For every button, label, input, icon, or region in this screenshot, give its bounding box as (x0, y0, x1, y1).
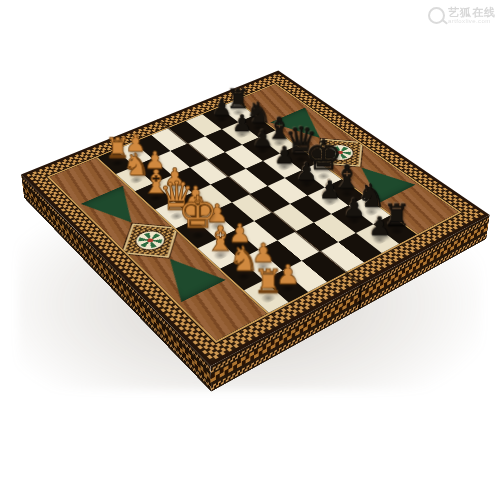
square-c8: ♝ (259, 130, 297, 153)
chess-board: ♜♟♟♜♞♟♟♞♝♟♟♝♛♟♟♛♚♟♟♚♝♟♟♝♞♟♟♞♜♟♟♜ (24, 93, 486, 392)
square-a7: ♟ (203, 107, 239, 129)
square-a1: ♜ (98, 150, 135, 174)
watermark-url: artfoxlive.com (448, 18, 496, 24)
watermark: 艺狐在线 artfoxlive.com (428, 7, 496, 24)
inlay-diamond (122, 223, 178, 257)
square-a6 (186, 114, 222, 136)
square-a3 (134, 135, 171, 158)
square-b8: ♞ (239, 115, 276, 137)
square-a8: ♜ (219, 101, 255, 122)
board-surface: ♜♟♟♜♞♟♟♞♝♟♟♝♛♟♟♛♚♟♟♚♝♟♟♝♞♟♟♞♜♟♟♜ (47, 83, 462, 343)
watermark-name: 艺狐在线 (448, 7, 496, 18)
mosaic-medallion (131, 228, 169, 253)
square-a5 (169, 121, 205, 144)
square-c6 (225, 145, 263, 169)
board-top-face: ♜♟♟♜♞♟♟♞♝♟♟♝♛♟♟♛♚♟♟♚♝♟♟♝♞♟♟♞♜♟♟♜ (21, 71, 490, 367)
magnifier-icon (428, 7, 445, 24)
square-b7: ♟ (222, 122, 259, 145)
photo-scene: ♜♟♟♜♞♟♟♞♝♟♟♝♛♟♟♛♚♟♟♚♝♟♟♝♞♟♟♞♜♟♟♜ (0, 0, 500, 500)
square-b5 (188, 136, 225, 159)
square-b6 (205, 129, 242, 152)
hinge-split (358, 284, 362, 310)
square-c7: ♟ (242, 138, 280, 162)
square-c5 (208, 152, 246, 176)
square-a4 (151, 128, 187, 151)
